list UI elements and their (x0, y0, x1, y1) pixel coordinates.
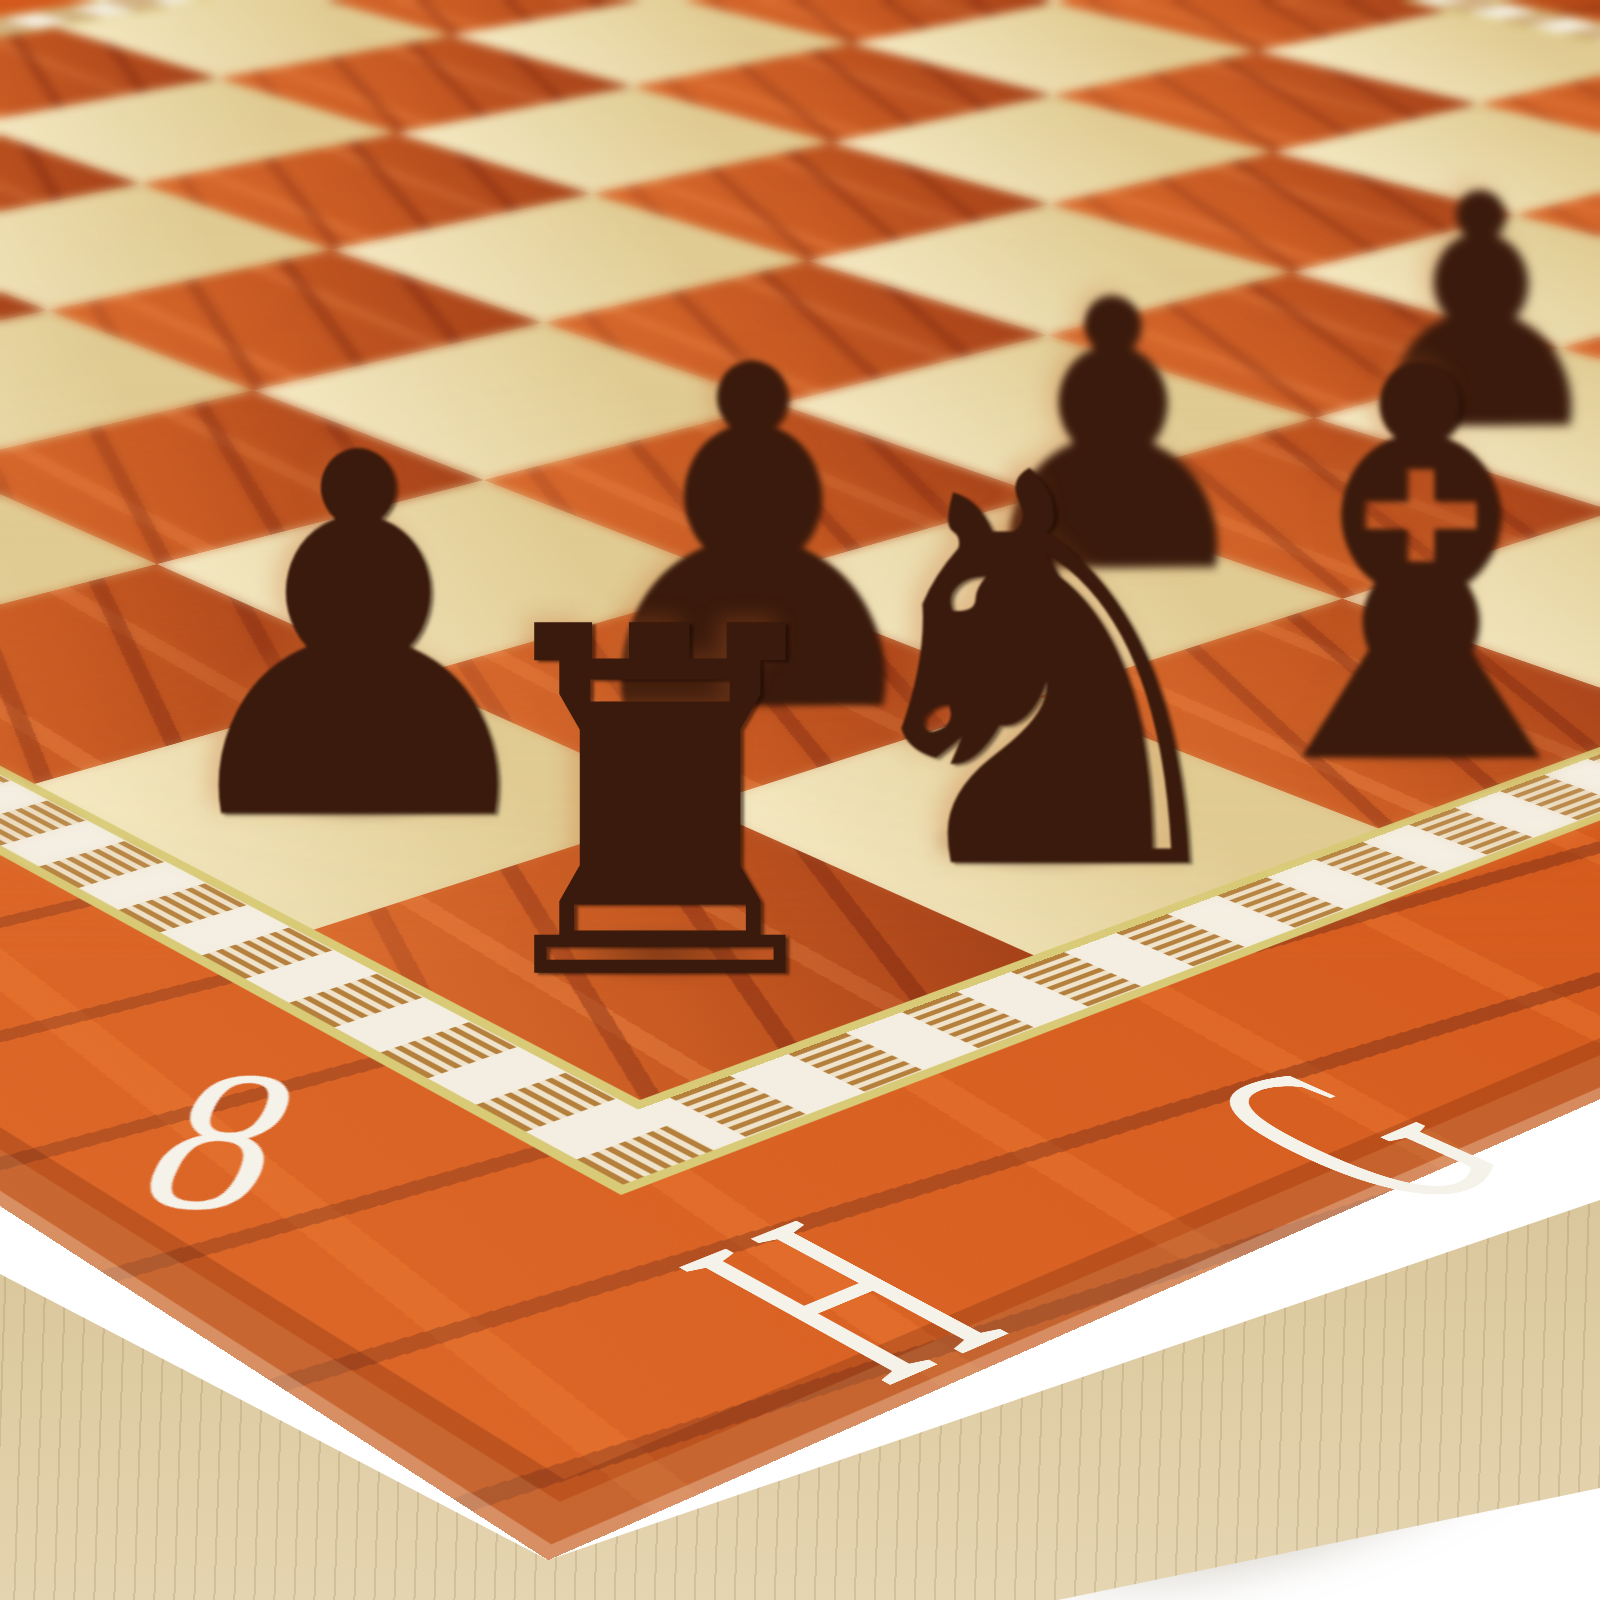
black-knight-g8[interactable]: ♞ (820, 405, 1270, 945)
chess-board-photo: 8 H G ♜♞♝♟♟♟♟ (0, 0, 1600, 1600)
black-rook-h8[interactable]: ♜ (460, 566, 860, 1046)
pieces-layer: ♜♞♝♟♟♟♟ (0, 0, 1600, 1600)
